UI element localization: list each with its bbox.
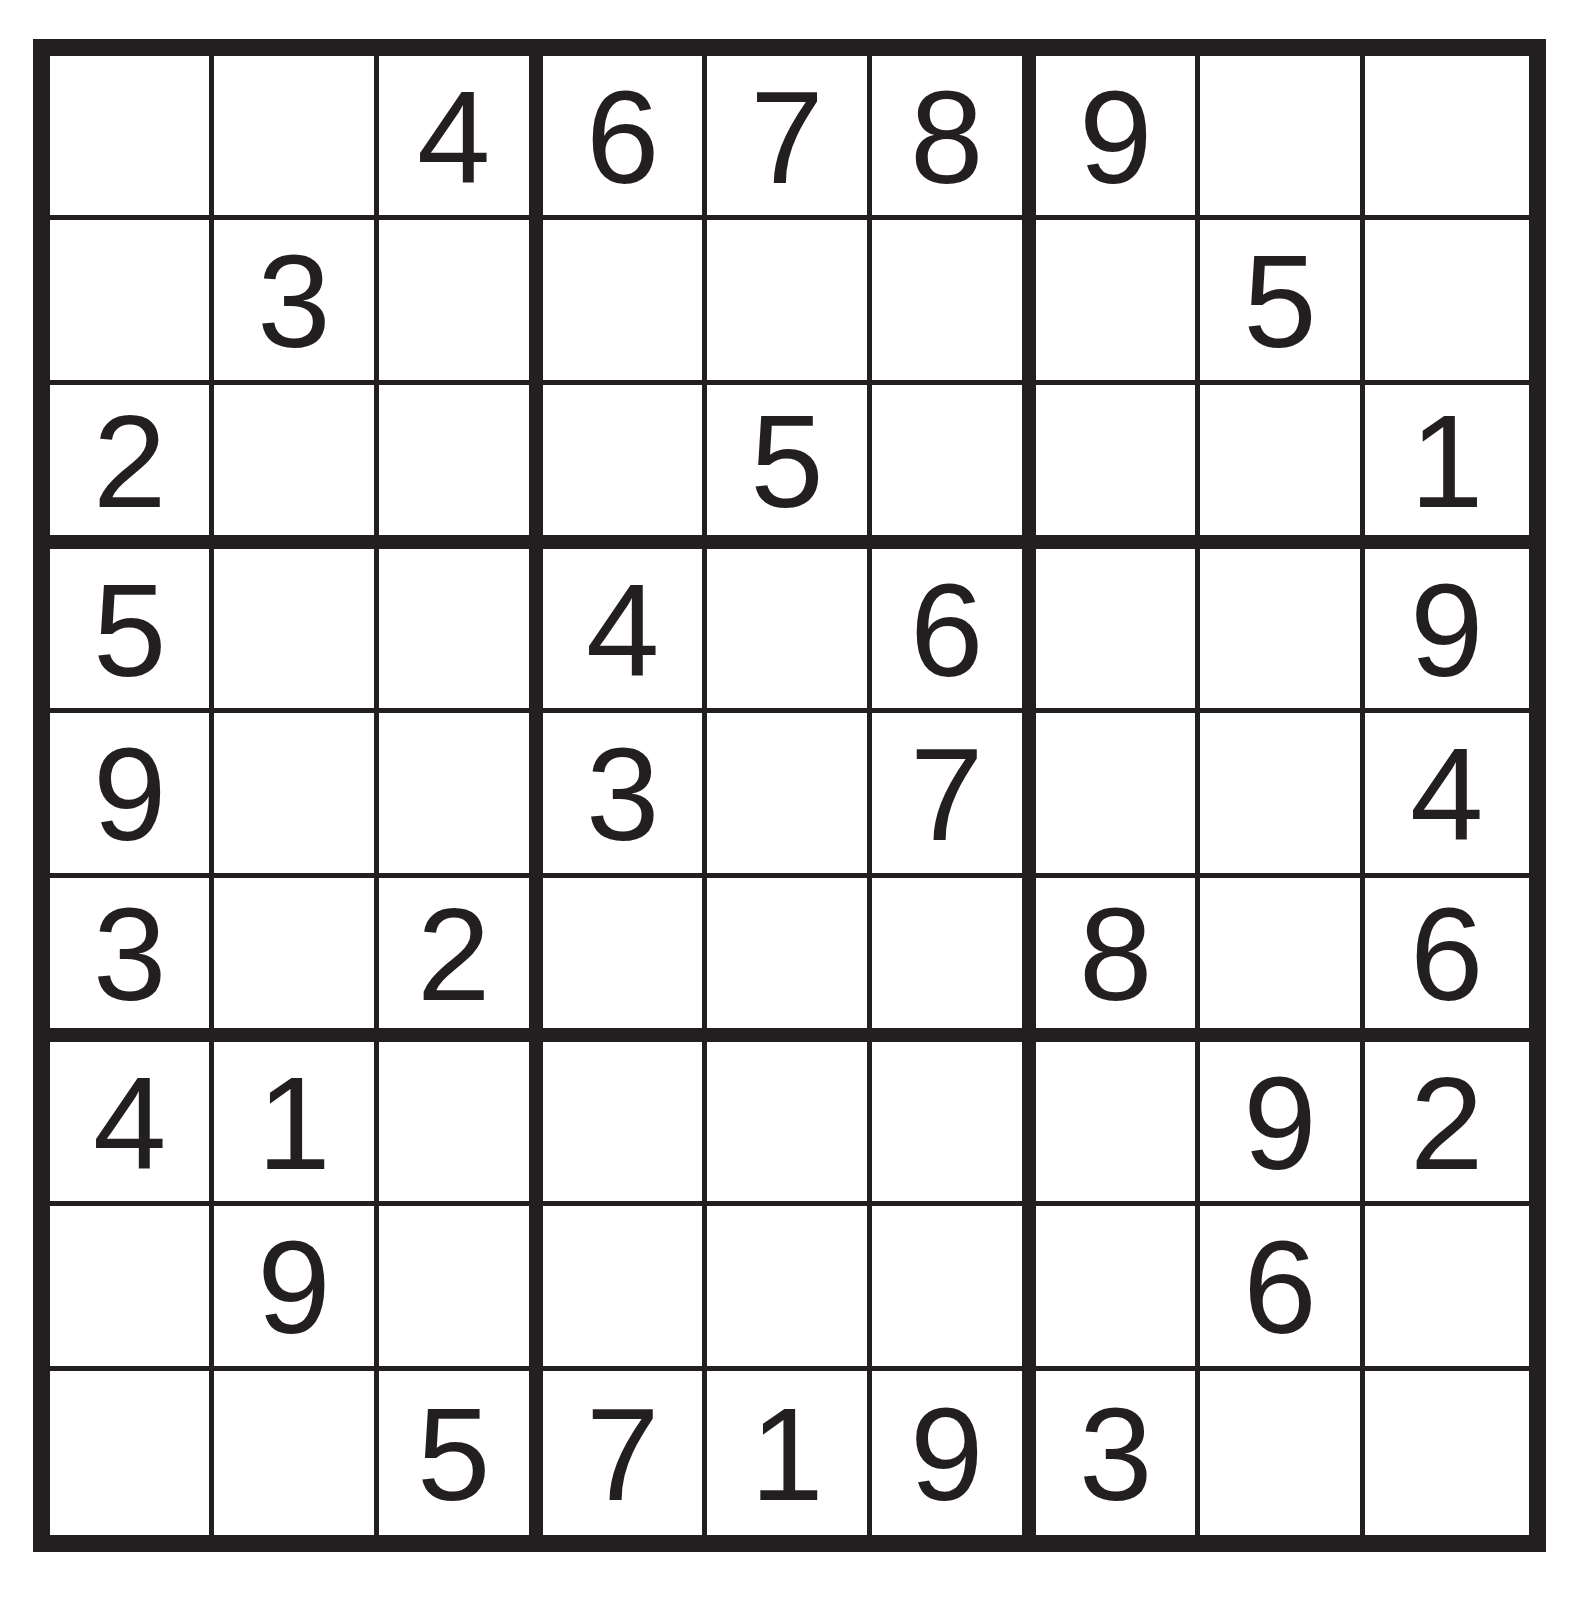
cell-r3c9[interactable]: 1 — [1365, 385, 1529, 549]
cell-r4c9[interactable]: 9 — [1365, 549, 1529, 713]
cell-r9c8[interactable] — [1200, 1371, 1364, 1535]
cell-r4c4[interactable]: 4 — [543, 549, 707, 713]
cell-r7c2[interactable]: 1 — [214, 1042, 378, 1206]
given-digit: 3 — [586, 729, 659, 861]
cell-r6c5[interactable] — [707, 878, 871, 1042]
cell-r9c7[interactable]: 3 — [1036, 1371, 1200, 1535]
given-digit: 9 — [257, 1222, 330, 1354]
given-digit: 8 — [1079, 889, 1152, 1021]
cell-r3c7[interactable] — [1036, 385, 1200, 549]
cell-r6c2[interactable] — [214, 878, 378, 1042]
cell-r9c9[interactable] — [1365, 1371, 1529, 1535]
cell-r9c2[interactable] — [214, 1371, 378, 1535]
cell-r3c4[interactable] — [543, 385, 707, 549]
given-digit: 3 — [1079, 1389, 1152, 1521]
cell-r8c8[interactable]: 6 — [1200, 1206, 1364, 1370]
cell-r3c3[interactable] — [379, 385, 543, 549]
cell-r1c3[interactable]: 4 — [379, 56, 543, 220]
cell-r2c4[interactable] — [543, 220, 707, 384]
cell-r4c7[interactable] — [1036, 549, 1200, 713]
cell-r2c2[interactable]: 3 — [214, 220, 378, 384]
given-digit: 6 — [1243, 1222, 1316, 1354]
cell-r5c6[interactable]: 7 — [872, 713, 1036, 877]
given-digit: 9 — [910, 1389, 983, 1521]
cell-r8c2[interactable]: 9 — [214, 1206, 378, 1370]
sudoku-board: 467893525154699374328641929657193 — [33, 39, 1546, 1552]
cell-r2c3[interactable] — [379, 220, 543, 384]
cell-r7c8[interactable]: 9 — [1200, 1042, 1364, 1206]
given-digit: 7 — [586, 1389, 659, 1521]
given-digit: 6 — [586, 72, 659, 204]
given-digit: 6 — [910, 565, 983, 697]
given-digit: 4 — [586, 565, 659, 697]
cell-r3c2[interactable] — [214, 385, 378, 549]
cell-r6c6[interactable] — [872, 878, 1036, 1042]
cell-r4c6[interactable]: 6 — [872, 549, 1036, 713]
given-digit: 5 — [417, 1389, 490, 1521]
given-digit: 7 — [750, 72, 823, 204]
cell-r9c3[interactable]: 5 — [379, 1371, 543, 1535]
cell-r8c3[interactable] — [379, 1206, 543, 1370]
cell-r6c1[interactable]: 3 — [50, 878, 214, 1042]
given-digit: 3 — [93, 889, 166, 1021]
cell-r3c1[interactable]: 2 — [50, 385, 214, 549]
cell-r9c5[interactable]: 1 — [707, 1371, 871, 1535]
given-digit: 4 — [417, 72, 490, 204]
cell-r4c3[interactable] — [379, 549, 543, 713]
cell-r8c5[interactable] — [707, 1206, 871, 1370]
cell-r7c1[interactable]: 4 — [50, 1042, 214, 1206]
cell-r6c3[interactable]: 2 — [379, 878, 543, 1042]
cell-r4c5[interactable] — [707, 549, 871, 713]
given-digit: 5 — [93, 565, 166, 697]
cell-r7c7[interactable] — [1036, 1042, 1200, 1206]
cell-r9c1[interactable] — [50, 1371, 214, 1535]
given-digit: 9 — [1079, 72, 1152, 204]
cell-r5c4[interactable]: 3 — [543, 713, 707, 877]
given-digit: 9 — [1410, 565, 1483, 697]
cell-r1c8[interactable] — [1200, 56, 1364, 220]
cell-r2c1[interactable] — [50, 220, 214, 384]
cell-r6c8[interactable] — [1200, 878, 1364, 1042]
cell-r7c6[interactable] — [872, 1042, 1036, 1206]
cell-r3c8[interactable] — [1200, 385, 1364, 549]
cell-r5c2[interactable] — [214, 713, 378, 877]
cell-r8c7[interactable] — [1036, 1206, 1200, 1370]
given-digit: 2 — [93, 396, 166, 528]
cell-r5c1[interactable]: 9 — [50, 713, 214, 877]
given-digit: 9 — [1243, 1058, 1316, 1190]
cell-r4c2[interactable] — [214, 549, 378, 713]
given-digit: 5 — [750, 396, 823, 528]
cell-r1c1[interactable] — [50, 56, 214, 220]
cell-r2c7[interactable] — [1036, 220, 1200, 384]
cell-r3c5[interactable]: 5 — [707, 385, 871, 549]
cell-r9c6[interactable]: 9 — [872, 1371, 1036, 1535]
given-digit: 4 — [1410, 729, 1483, 861]
cell-r2c8[interactable]: 5 — [1200, 220, 1364, 384]
cell-r1c5[interactable]: 7 — [707, 56, 871, 220]
cell-r8c1[interactable] — [50, 1206, 214, 1370]
cell-r2c5[interactable] — [707, 220, 871, 384]
given-digit: 1 — [750, 1389, 823, 1521]
cell-r2c6[interactable] — [872, 220, 1036, 384]
cell-r7c3[interactable] — [379, 1042, 543, 1206]
cell-r1c6[interactable]: 8 — [872, 56, 1036, 220]
cell-r6c9[interactable]: 6 — [1365, 878, 1529, 1042]
cell-r8c4[interactable] — [543, 1206, 707, 1370]
cell-r1c9[interactable] — [1365, 56, 1529, 220]
cell-r7c5[interactable] — [707, 1042, 871, 1206]
given-digit: 2 — [417, 889, 490, 1021]
given-digit: 1 — [1410, 396, 1483, 528]
given-digit: 8 — [910, 72, 983, 204]
given-digit: 2 — [1410, 1058, 1483, 1190]
cell-r5c8[interactable] — [1200, 713, 1364, 877]
cell-r3c6[interactable] — [872, 385, 1036, 549]
cell-r1c2[interactable] — [214, 56, 378, 220]
cell-r4c1[interactable]: 5 — [50, 549, 214, 713]
given-digit: 3 — [257, 236, 330, 368]
given-digit: 9 — [93, 729, 166, 861]
cell-r8c9[interactable] — [1365, 1206, 1529, 1370]
cell-r9c4[interactable]: 7 — [543, 1371, 707, 1535]
cell-r4c8[interactable] — [1200, 549, 1364, 713]
given-digit: 6 — [1410, 889, 1483, 1021]
cell-r7c9[interactable]: 2 — [1365, 1042, 1529, 1206]
given-digit: 4 — [93, 1058, 166, 1190]
given-digit: 7 — [910, 729, 983, 861]
cell-r5c5[interactable] — [707, 713, 871, 877]
cell-r6c4[interactable] — [543, 878, 707, 1042]
given-digit: 1 — [257, 1058, 330, 1190]
cell-r8c6[interactable] — [872, 1206, 1036, 1370]
cell-r5c3[interactable] — [379, 713, 543, 877]
cell-r6c7[interactable]: 8 — [1036, 878, 1200, 1042]
cell-r1c7[interactable]: 9 — [1036, 56, 1200, 220]
cell-r2c9[interactable] — [1365, 220, 1529, 384]
cell-r1c4[interactable]: 6 — [543, 56, 707, 220]
cell-r5c7[interactable] — [1036, 713, 1200, 877]
cell-r5c9[interactable]: 4 — [1365, 713, 1529, 877]
given-digit: 5 — [1243, 236, 1316, 368]
cell-r7c4[interactable] — [543, 1042, 707, 1206]
